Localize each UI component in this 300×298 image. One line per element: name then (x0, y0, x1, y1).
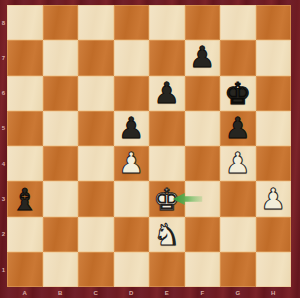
square-d5[interactable]: ♟ (114, 111, 150, 146)
square-a3[interactable]: ♝ (7, 181, 43, 216)
rank-label-5: 5 (2, 125, 5, 131)
rank-label-3: 3 (2, 196, 5, 202)
square-a6[interactable] (7, 76, 43, 111)
square-c8[interactable] (78, 5, 114, 40)
rank-label-2: 2 (2, 231, 5, 237)
file-label-B: B (58, 290, 62, 296)
rank-label-8: 8 (2, 20, 5, 26)
file-label-H: H (271, 290, 275, 296)
square-d4[interactable]: ♟ (114, 146, 150, 181)
square-b5[interactable] (43, 111, 79, 146)
square-h4[interactable] (256, 146, 292, 181)
board-frame: ♟♟♚♟♟♟♟♝♚♟♞ 87654321ABCDEFGH (0, 0, 300, 298)
square-g4[interactable]: ♟ (220, 146, 256, 181)
white-pawn[interactable]: ♟ (225, 146, 251, 181)
square-e1[interactable] (149, 252, 185, 287)
square-d7[interactable] (114, 40, 150, 75)
square-a8[interactable] (7, 5, 43, 40)
file-label-A: A (23, 290, 27, 296)
square-g7[interactable] (220, 40, 256, 75)
square-a4[interactable] (7, 146, 43, 181)
black-pawn[interactable]: ♟ (154, 76, 180, 111)
black-bishop[interactable]: ♝ (11, 182, 38, 217)
square-e3[interactable]: ♚ (149, 181, 185, 216)
square-f1[interactable] (185, 252, 221, 287)
square-a5[interactable] (7, 111, 43, 146)
square-a7[interactable] (7, 40, 43, 75)
square-a1[interactable] (7, 252, 43, 287)
square-e8[interactable] (149, 5, 185, 40)
file-label-D: D (129, 290, 133, 296)
square-f2[interactable] (185, 217, 221, 252)
square-g1[interactable] (220, 252, 256, 287)
square-e2[interactable]: ♞ (149, 217, 185, 252)
rank-label-6: 6 (2, 90, 5, 96)
square-h2[interactable] (256, 217, 292, 252)
white-knight[interactable]: ♞ (153, 217, 180, 252)
square-f7[interactable]: ♟ (185, 40, 221, 75)
square-g2[interactable] (220, 217, 256, 252)
square-g5[interactable]: ♟ (220, 111, 256, 146)
black-pawn[interactable]: ♟ (118, 111, 144, 146)
square-d8[interactable] (114, 5, 150, 40)
square-g6[interactable]: ♚ (220, 76, 256, 111)
square-f6[interactable] (185, 76, 221, 111)
square-h8[interactable] (256, 5, 292, 40)
rank-label-1: 1 (2, 267, 5, 273)
white-king[interactable]: ♚ (153, 182, 180, 217)
square-h5[interactable] (256, 111, 292, 146)
square-d1[interactable] (114, 252, 150, 287)
rank-label-7: 7 (2, 55, 5, 61)
white-pawn[interactable]: ♟ (260, 182, 286, 217)
file-label-E: E (165, 290, 169, 296)
square-b8[interactable] (43, 5, 79, 40)
black-pawn[interactable]: ♟ (189, 40, 215, 75)
square-c2[interactable] (78, 217, 114, 252)
square-e6[interactable]: ♟ (149, 76, 185, 111)
black-pawn[interactable]: ♟ (225, 111, 251, 146)
square-f4[interactable] (185, 146, 221, 181)
square-d6[interactable] (114, 76, 150, 111)
square-b2[interactable] (43, 217, 79, 252)
square-f5[interactable] (185, 111, 221, 146)
square-b1[interactable] (43, 252, 79, 287)
square-b4[interactable] (43, 146, 79, 181)
chess-board: ♟♟♚♟♟♟♟♝♚♟♞ (7, 5, 291, 287)
rank-label-4: 4 (2, 161, 5, 167)
black-king[interactable]: ♚ (224, 76, 251, 111)
square-g3[interactable] (220, 181, 256, 216)
square-c5[interactable] (78, 111, 114, 146)
square-c3[interactable] (78, 181, 114, 216)
square-g8[interactable] (220, 5, 256, 40)
square-b6[interactable] (43, 76, 79, 111)
square-f8[interactable] (185, 5, 221, 40)
square-c6[interactable] (78, 76, 114, 111)
square-e7[interactable] (149, 40, 185, 75)
square-d3[interactable] (114, 181, 150, 216)
white-pawn[interactable]: ♟ (118, 146, 144, 181)
square-b3[interactable] (43, 181, 79, 216)
square-c7[interactable] (78, 40, 114, 75)
square-e4[interactable] (149, 146, 185, 181)
square-b7[interactable] (43, 40, 79, 75)
square-h6[interactable] (256, 76, 292, 111)
file-label-F: F (200, 290, 204, 296)
square-d2[interactable] (114, 217, 150, 252)
square-e5[interactable] (149, 111, 185, 146)
square-h7[interactable] (256, 40, 292, 75)
file-label-G: G (235, 290, 240, 296)
file-label-C: C (94, 290, 98, 296)
square-f3[interactable] (185, 181, 221, 216)
square-h1[interactable] (256, 252, 292, 287)
square-h3[interactable]: ♟ (256, 181, 292, 216)
square-a2[interactable] (7, 217, 43, 252)
square-c1[interactable] (78, 252, 114, 287)
square-c4[interactable] (78, 146, 114, 181)
